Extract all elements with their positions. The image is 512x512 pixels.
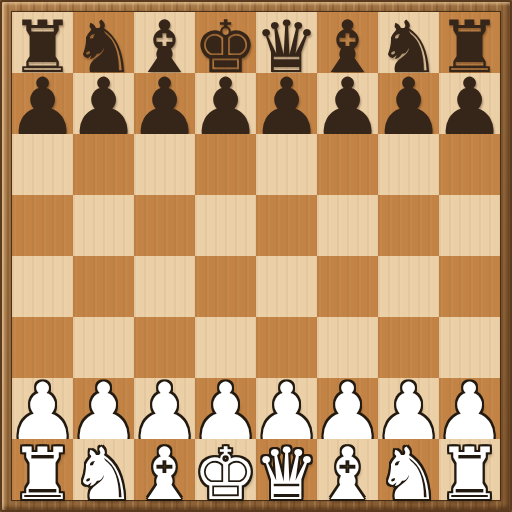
- board-frame: ♜♞♝♚♛♝♞♜♟♟♟♟♟♟♟♟♟♟♟♟♟♟♟♟♜♞♝♚♛♝♞♜: [0, 0, 512, 512]
- square-h2[interactable]: ♟: [439, 378, 500, 439]
- square-c1[interactable]: ♝: [134, 439, 195, 500]
- square-f7[interactable]: ♟: [317, 73, 378, 134]
- square-a5[interactable]: [12, 195, 73, 256]
- white-king[interactable]: ♛: [254, 438, 319, 510]
- square-e4[interactable]: [256, 256, 317, 317]
- square-g6[interactable]: [378, 134, 439, 195]
- square-d6[interactable]: [195, 134, 256, 195]
- square-e6[interactable]: [256, 134, 317, 195]
- square-c6[interactable]: [134, 134, 195, 195]
- white-knight[interactable]: ♞: [71, 438, 136, 510]
- square-d2[interactable]: ♟: [195, 378, 256, 439]
- square-a2[interactable]: ♟: [12, 378, 73, 439]
- square-e7[interactable]: ♟: [256, 73, 317, 134]
- square-c4[interactable]: [134, 256, 195, 317]
- square-c5[interactable]: [134, 195, 195, 256]
- square-g1[interactable]: ♞: [378, 439, 439, 500]
- square-b2[interactable]: ♟: [73, 378, 134, 439]
- white-knight[interactable]: ♞: [376, 438, 441, 510]
- square-a4[interactable]: [12, 256, 73, 317]
- square-h1[interactable]: ♜: [439, 439, 500, 500]
- square-d7[interactable]: ♟: [195, 73, 256, 134]
- square-h7[interactable]: ♟: [439, 73, 500, 134]
- square-e2[interactable]: ♟: [256, 378, 317, 439]
- square-d1[interactable]: ♚: [195, 439, 256, 500]
- square-g4[interactable]: [378, 256, 439, 317]
- square-h6[interactable]: [439, 134, 500, 195]
- square-g2[interactable]: ♟: [378, 378, 439, 439]
- square-a1[interactable]: ♜: [12, 439, 73, 500]
- square-a6[interactable]: [12, 134, 73, 195]
- square-d4[interactable]: [195, 256, 256, 317]
- square-f2[interactable]: ♟: [317, 378, 378, 439]
- white-bishop[interactable]: ♝: [132, 438, 197, 510]
- square-b7[interactable]: ♟: [73, 73, 134, 134]
- square-f5[interactable]: [317, 195, 378, 256]
- square-f1[interactable]: ♝: [317, 439, 378, 500]
- square-e5[interactable]: [256, 195, 317, 256]
- square-a7[interactable]: ♟: [12, 73, 73, 134]
- white-rook[interactable]: ♜: [10, 438, 75, 510]
- white-queen[interactable]: ♚: [193, 438, 258, 510]
- square-d5[interactable]: [195, 195, 256, 256]
- square-c2[interactable]: ♟: [134, 378, 195, 439]
- square-b5[interactable]: [73, 195, 134, 256]
- white-bishop[interactable]: ♝: [315, 438, 380, 510]
- square-e1[interactable]: ♛: [256, 439, 317, 500]
- square-f6[interactable]: [317, 134, 378, 195]
- square-g5[interactable]: [378, 195, 439, 256]
- chess-board: ♜♞♝♚♛♝♞♜♟♟♟♟♟♟♟♟♟♟♟♟♟♟♟♟♜♞♝♚♛♝♞♜: [12, 12, 500, 500]
- square-b1[interactable]: ♞: [73, 439, 134, 500]
- square-c7[interactable]: ♟: [134, 73, 195, 134]
- square-b6[interactable]: [73, 134, 134, 195]
- square-b4[interactable]: [73, 256, 134, 317]
- square-g7[interactable]: ♟: [378, 73, 439, 134]
- square-h4[interactable]: [439, 256, 500, 317]
- square-f4[interactable]: [317, 256, 378, 317]
- white-rook[interactable]: ♜: [437, 438, 502, 510]
- square-h5[interactable]: [439, 195, 500, 256]
